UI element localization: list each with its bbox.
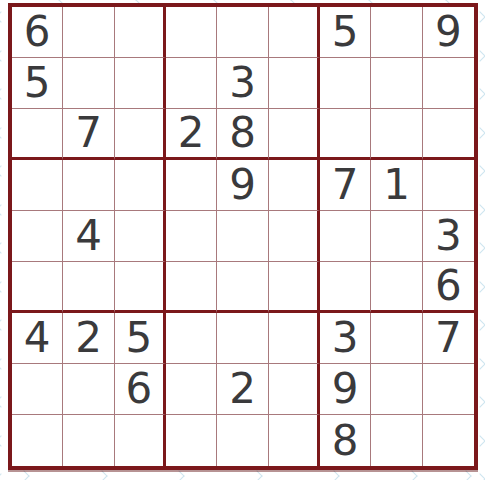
cell-r5c7[interactable]	[320, 211, 371, 262]
background-chevron-icon	[328, 470, 339, 480]
cell-r2c1[interactable]: 5	[12, 58, 63, 109]
background-chevron-icon	[251, 470, 262, 480]
cell-r6c9[interactable]: 6	[423, 262, 474, 313]
background-chevron-icon	[0, 435, 7, 446]
cell-r5c5[interactable]	[217, 211, 268, 262]
cell-r6c8[interactable]	[371, 262, 422, 313]
cell-r2c4[interactable]	[166, 58, 217, 109]
cell-r1c8[interactable]	[371, 7, 422, 58]
cell-r7c7[interactable]: 3	[320, 313, 371, 364]
cell-r2c7[interactable]	[320, 58, 371, 109]
cell-r1c9[interactable]: 9	[423, 7, 474, 58]
cell-r9c3[interactable]	[115, 415, 166, 466]
cell-r5c4[interactable]	[166, 211, 217, 262]
cell-r4c5[interactable]: 9	[217, 160, 268, 211]
background-chevron-icon	[474, 473, 485, 480]
cell-r7c9[interactable]: 7	[423, 313, 474, 364]
cell-r8c2[interactable]	[63, 364, 114, 415]
cell-r9c8[interactable]	[371, 415, 422, 466]
background-chevron-icon	[0, 165, 7, 176]
cell-r9c6[interactable]	[269, 415, 320, 466]
cell-r5c1[interactable]	[12, 211, 63, 262]
cell-r9c5[interactable]	[217, 415, 268, 466]
cell-r8c1[interactable]	[12, 364, 63, 415]
background-chevron-icon	[0, 319, 7, 330]
cell-r7c6[interactable]	[269, 313, 320, 364]
background-chevron-icon	[96, 470, 107, 480]
cell-r4c2[interactable]	[63, 160, 114, 211]
cell-r4c3[interactable]	[115, 160, 166, 211]
background-chevron-icon	[0, 358, 7, 369]
cell-r4c1[interactable]	[12, 160, 63, 211]
cell-r8c5[interactable]: 2	[217, 364, 268, 415]
cell-r3c9[interactable]	[423, 109, 474, 160]
cell-r6c2[interactable]	[63, 262, 114, 313]
cell-r4c8[interactable]: 1	[371, 160, 422, 211]
cell-r4c6[interactable]	[269, 160, 320, 211]
background-chevron-icon	[0, 473, 7, 480]
cell-r4c9[interactable]	[423, 160, 474, 211]
cell-r1c4[interactable]	[166, 7, 217, 58]
cell-r2c5[interactable]: 3	[217, 58, 268, 109]
cell-r1c7[interactable]: 5	[320, 7, 371, 58]
cell-r8c6[interactable]	[269, 364, 320, 415]
cell-r9c7[interactable]: 8	[320, 415, 371, 466]
cell-r3c1[interactable]	[12, 109, 63, 160]
cell-r4c7[interactable]: 7	[320, 160, 371, 211]
cell-r7c5[interactable]	[217, 313, 268, 364]
sudoku-board: 65953728971436425376298	[8, 3, 478, 470]
cell-r3c3[interactable]	[115, 109, 166, 160]
cell-r6c4[interactable]	[166, 262, 217, 313]
cell-r8c3[interactable]: 6	[115, 364, 166, 415]
cell-r6c5[interactable]	[217, 262, 268, 313]
cell-r7c1[interactable]: 4	[12, 313, 63, 364]
background-chevron-icon	[173, 470, 184, 480]
cell-r6c1[interactable]	[12, 262, 63, 313]
cell-r2c9[interactable]	[423, 58, 474, 109]
cell-r7c8[interactable]	[371, 313, 422, 364]
cell-r3c4[interactable]: 2	[166, 109, 217, 160]
background-chevron-icon	[18, 470, 29, 480]
background-chevron-icon	[0, 88, 7, 99]
cell-r9c1[interactable]	[12, 415, 63, 466]
cell-r3c7[interactable]	[320, 109, 371, 160]
cell-r5c9[interactable]: 3	[423, 211, 474, 262]
cell-r6c7[interactable]	[320, 262, 371, 313]
background-chevron-icon	[0, 281, 7, 292]
cell-r6c3[interactable]	[115, 262, 166, 313]
background-chevron-icon	[0, 204, 7, 215]
cell-r7c2[interactable]: 2	[63, 313, 114, 364]
background-chevron-icon	[406, 470, 417, 480]
cell-r9c9[interactable]	[423, 415, 474, 466]
cell-r2c2[interactable]	[63, 58, 114, 109]
cell-r3c6[interactable]	[269, 109, 320, 160]
cell-r3c8[interactable]	[371, 109, 422, 160]
cell-r8c7[interactable]: 9	[320, 364, 371, 415]
background-chevron-icon	[0, 242, 7, 253]
background-chevron-icon	[460, 470, 471, 480]
cell-r8c8[interactable]	[371, 364, 422, 415]
cell-r5c2[interactable]: 4	[63, 211, 114, 262]
cell-r1c1[interactable]: 6	[12, 7, 63, 58]
cell-r9c4[interactable]	[166, 415, 217, 466]
cell-r3c2[interactable]: 7	[63, 109, 114, 160]
cell-r1c3[interactable]	[115, 7, 166, 58]
cell-r5c3[interactable]	[115, 211, 166, 262]
cell-r2c3[interactable]	[115, 58, 166, 109]
cell-r1c6[interactable]	[269, 7, 320, 58]
background-chevron-icon	[0, 50, 7, 61]
cell-r7c4[interactable]	[166, 313, 217, 364]
cell-r1c2[interactable]	[63, 7, 114, 58]
cell-r8c9[interactable]	[423, 364, 474, 415]
cell-r8c4[interactable]	[166, 364, 217, 415]
cell-r7c3[interactable]: 5	[115, 313, 166, 364]
cell-r6c6[interactable]	[269, 262, 320, 313]
background-chevron-icon	[0, 396, 7, 407]
cell-r5c6[interactable]	[269, 211, 320, 262]
background-chevron-icon	[0, 11, 7, 22]
cell-r4c4[interactable]	[166, 160, 217, 211]
background-chevron-icon	[0, 127, 7, 138]
cell-r5c8[interactable]	[371, 211, 422, 262]
cell-r2c6[interactable]	[269, 58, 320, 109]
cell-r9c2[interactable]	[63, 415, 114, 466]
cell-r3c5[interactable]: 8	[217, 109, 268, 160]
cell-r2c8[interactable]	[371, 58, 422, 109]
cell-r1c5[interactable]	[217, 7, 268, 58]
